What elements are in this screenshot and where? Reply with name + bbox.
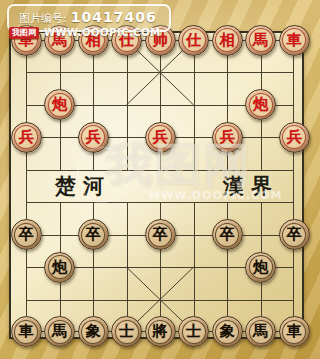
- piece-character: 象: [81, 320, 105, 344]
- piece-black-elephant[interactable]: 象: [78, 316, 109, 347]
- piece-black-soldier[interactable]: 卒: [145, 219, 176, 250]
- piece-character: 馬: [249, 320, 273, 344]
- piece-black-soldier[interactable]: 卒: [78, 219, 109, 250]
- piece-character: 士: [115, 320, 139, 344]
- piece-black-soldier[interactable]: 卒: [11, 219, 42, 250]
- piece-character: 兵: [282, 125, 306, 149]
- piece-character: 將: [148, 320, 172, 344]
- piece-character: 馬: [249, 28, 273, 52]
- river-label-chu-he: 楚河: [55, 172, 111, 200]
- piece-character: 車: [282, 320, 306, 344]
- piece-character: 炮: [48, 255, 72, 279]
- piece-red-chariot[interactable]: 車: [279, 25, 310, 56]
- xiangqi-stock-photo: 楚河 漢界 車馬相仕帅仕相馬車炮炮兵兵兵兵兵卒卒卒卒卒炮炮車馬象士將士象馬車 我…: [0, 0, 320, 359]
- site-url-text: WWW.OOOPIC.COM: [44, 27, 161, 38]
- piece-black-soldier[interactable]: 卒: [279, 219, 310, 250]
- piece-character: 相: [215, 28, 239, 52]
- site-logo-badge: 我图网: [9, 27, 39, 39]
- image-id-value: 10417406: [71, 9, 157, 25]
- piece-character: 卒: [81, 223, 105, 247]
- piece-black-cannon[interactable]: 炮: [44, 252, 75, 283]
- piece-black-horse[interactable]: 馬: [245, 316, 276, 347]
- piece-black-chariot[interactable]: 車: [11, 316, 42, 347]
- piece-character: 兵: [215, 125, 239, 149]
- piece-black-horse[interactable]: 馬: [44, 316, 75, 347]
- piece-red-advisor[interactable]: 仕: [178, 25, 209, 56]
- piece-character: 炮: [249, 93, 273, 117]
- piece-black-soldier[interactable]: 卒: [212, 219, 243, 250]
- piece-character: 卒: [14, 223, 38, 247]
- piece-red-soldier[interactable]: 兵: [11, 122, 42, 153]
- river: 楚河 漢界: [27, 170, 293, 202]
- piece-black-elephant[interactable]: 象: [212, 316, 243, 347]
- piece-character: 卒: [215, 223, 239, 247]
- piece-black-advisor[interactable]: 士: [111, 316, 142, 347]
- piece-character: 象: [215, 320, 239, 344]
- piece-character: 炮: [48, 93, 72, 117]
- piece-character: 卒: [148, 223, 172, 247]
- site-line: 我图网 WWW.OOOPIC.COM: [9, 27, 161, 39]
- image-id-label: 图片编号:: [19, 11, 67, 26]
- piece-character: 士: [182, 320, 206, 344]
- piece-black-cannon[interactable]: 炮: [245, 252, 276, 283]
- piece-black-advisor[interactable]: 士: [178, 316, 209, 347]
- piece-red-soldier[interactable]: 兵: [279, 122, 310, 153]
- piece-character: 炮: [249, 255, 273, 279]
- piece-character: 仕: [182, 28, 206, 52]
- piece-red-soldier[interactable]: 兵: [78, 122, 109, 153]
- piece-red-horse[interactable]: 馬: [245, 25, 276, 56]
- piece-black-chariot[interactable]: 車: [279, 316, 310, 347]
- piece-character: 車: [14, 320, 38, 344]
- piece-character: 卒: [282, 223, 306, 247]
- piece-red-soldier[interactable]: 兵: [145, 122, 176, 153]
- piece-character: 兵: [148, 125, 172, 149]
- piece-character: 車: [282, 28, 306, 52]
- piece-character: 兵: [81, 125, 105, 149]
- piece-red-soldier[interactable]: 兵: [212, 122, 243, 153]
- piece-red-elephant[interactable]: 相: [212, 25, 243, 56]
- piece-black-general[interactable]: 將: [145, 316, 176, 347]
- piece-character: 馬: [48, 320, 72, 344]
- piece-character: 兵: [14, 125, 38, 149]
- river-label-han-jie: 漢界: [223, 172, 279, 200]
